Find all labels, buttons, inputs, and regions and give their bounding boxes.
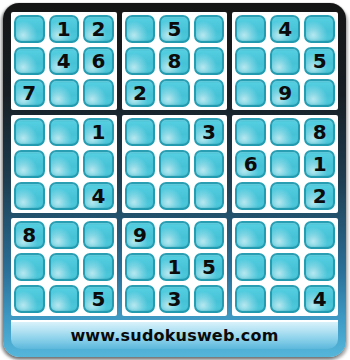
cell-r6c1[interactable] — [14, 182, 45, 210]
cell-r7c7[interactable] — [235, 221, 266, 249]
cell-r3c2[interactable] — [49, 79, 80, 107]
cell-r8c8[interactable] — [270, 253, 301, 281]
cell-r8c7[interactable] — [235, 253, 266, 281]
cell-r5c9[interactable]: 1 — [304, 150, 335, 178]
cell-r7c6[interactable] — [194, 221, 225, 249]
cell-r6c9[interactable]: 2 — [304, 182, 335, 210]
cell-r9c3[interactable]: 5 — [83, 285, 114, 313]
block-2-3: 8612 — [232, 115, 338, 213]
block-3-2: 9153 — [122, 218, 228, 316]
footer-bar: www.sudokusweb.com — [11, 320, 338, 349]
cell-r7c3[interactable] — [83, 221, 114, 249]
cell-r3c7[interactable] — [235, 79, 266, 107]
block-1-3: 459 — [232, 12, 338, 110]
cell-r6c6[interactable] — [194, 182, 225, 210]
cell-r9c9[interactable]: 4 — [304, 285, 335, 313]
cell-r8c5[interactable]: 1 — [159, 253, 190, 281]
cell-r1c9[interactable] — [304, 15, 335, 43]
cell-r9c1[interactable] — [14, 285, 45, 313]
cell-r3c6[interactable] — [194, 79, 225, 107]
cell-r8c3[interactable] — [83, 253, 114, 281]
cell-r6c4[interactable] — [125, 182, 156, 210]
cell-r7c9[interactable] — [304, 221, 335, 249]
cell-r5c2[interactable] — [49, 150, 80, 178]
block-2-1: 14 — [11, 115, 117, 213]
cell-r6c5[interactable] — [159, 182, 190, 210]
cell-r8c6[interactable]: 5 — [194, 253, 225, 281]
cell-r2c6[interactable] — [194, 47, 225, 75]
cell-r4c9[interactable]: 8 — [304, 118, 335, 146]
cell-r4c5[interactable] — [159, 118, 190, 146]
cell-r7c4[interactable]: 9 — [125, 221, 156, 249]
cell-r8c4[interactable] — [125, 253, 156, 281]
cell-r5c3[interactable] — [83, 150, 114, 178]
block-3-3: 4 — [232, 218, 338, 316]
cell-r9c8[interactable] — [270, 285, 301, 313]
cell-r2c4[interactable] — [125, 47, 156, 75]
cell-r9c6[interactable] — [194, 285, 225, 313]
cell-r6c2[interactable] — [49, 182, 80, 210]
cell-r9c7[interactable] — [235, 285, 266, 313]
cell-r2c5[interactable]: 8 — [159, 47, 190, 75]
cell-r1c5[interactable]: 5 — [159, 15, 190, 43]
cell-r7c5[interactable] — [159, 221, 190, 249]
cell-r5c7[interactable]: 6 — [235, 150, 266, 178]
cell-r7c2[interactable] — [49, 221, 80, 249]
block-1-2: 582 — [122, 12, 228, 110]
cell-r3c4[interactable]: 2 — [125, 79, 156, 107]
block-1-1: 12467 — [11, 12, 117, 110]
footer-site-link[interactable]: www.sudokusweb.com — [70, 326, 278, 345]
cell-r9c2[interactable] — [49, 285, 80, 313]
cell-r4c7[interactable] — [235, 118, 266, 146]
cell-r7c1[interactable]: 8 — [14, 221, 45, 249]
cell-r1c2[interactable]: 1 — [49, 15, 80, 43]
cell-r4c4[interactable] — [125, 118, 156, 146]
cell-r6c3[interactable]: 4 — [83, 182, 114, 210]
cell-r8c9[interactable] — [304, 253, 335, 281]
cell-r5c6[interactable] — [194, 150, 225, 178]
cell-r2c7[interactable] — [235, 47, 266, 75]
cell-r3c8[interactable]: 9 — [270, 79, 301, 107]
cell-r5c4[interactable] — [125, 150, 156, 178]
cell-r2c9[interactable]: 5 — [304, 47, 335, 75]
cell-r8c1[interactable] — [14, 253, 45, 281]
cell-r4c8[interactable] — [270, 118, 301, 146]
block-2-2: 3 — [122, 115, 228, 213]
cell-r9c5[interactable]: 3 — [159, 285, 190, 313]
cell-r2c2[interactable]: 4 — [49, 47, 80, 75]
cell-r4c3[interactable]: 1 — [83, 118, 114, 146]
cell-r3c9[interactable] — [304, 79, 335, 107]
cell-r2c3[interactable]: 6 — [83, 47, 114, 75]
cell-r9c4[interactable] — [125, 285, 156, 313]
cell-r5c1[interactable] — [14, 150, 45, 178]
block-3-1: 85 — [11, 218, 117, 316]
cell-r3c1[interactable]: 7 — [14, 79, 45, 107]
board-frame: 1246758245914386128591534 www.sudokusweb… — [3, 3, 346, 357]
cell-r7c8[interactable] — [270, 221, 301, 249]
cell-r4c2[interactable] — [49, 118, 80, 146]
cell-r5c8[interactable] — [270, 150, 301, 178]
cell-r1c6[interactable] — [194, 15, 225, 43]
cell-r1c8[interactable]: 4 — [270, 15, 301, 43]
cell-r2c1[interactable] — [14, 47, 45, 75]
cell-r8c2[interactable] — [49, 253, 80, 281]
cell-r5c5[interactable] — [159, 150, 190, 178]
cell-r2c8[interactable] — [270, 47, 301, 75]
cell-r1c1[interactable] — [14, 15, 45, 43]
cell-r3c3[interactable] — [83, 79, 114, 107]
cell-r4c1[interactable] — [14, 118, 45, 146]
sudoku-board: 1246758245914386128591534 — [11, 12, 338, 316]
cell-r6c7[interactable] — [235, 182, 266, 210]
cell-r3c5[interactable] — [159, 79, 190, 107]
cell-r4c6[interactable]: 3 — [194, 118, 225, 146]
cell-r1c3[interactable]: 2 — [83, 15, 114, 43]
cell-r6c8[interactable] — [270, 182, 301, 210]
cell-r1c7[interactable] — [235, 15, 266, 43]
cell-r1c4[interactable] — [125, 15, 156, 43]
